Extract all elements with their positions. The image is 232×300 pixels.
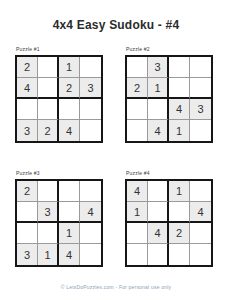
sudoku-cell-r3c3-empty[interactable]: [59, 99, 80, 120]
puzzle-3-label: Puzzle #3: [16, 170, 107, 176]
puzzle-4-label: Puzzle #4: [126, 170, 217, 176]
sudoku-cell-r4c3-given: 1: [169, 120, 190, 141]
sudoku-cell-r4c3-given: 4: [59, 244, 80, 265]
puzzle-2-label: Puzzle #2: [126, 46, 217, 52]
sudoku-cell-r2c1-empty[interactable]: [17, 202, 38, 223]
puzzle-1-label: Puzzle #1: [16, 46, 107, 52]
sudoku-cell-r4c1-empty[interactable]: [127, 120, 148, 141]
sudoku-cell-r3c1-empty[interactable]: [17, 223, 38, 244]
sudoku-cell-r1c1-given: 2: [17, 57, 38, 78]
sudoku-cell-r4c2-given: 1: [38, 244, 59, 265]
sudoku-cell-r3c1-empty[interactable]: [127, 223, 148, 244]
sudoku-cell-r4c4-empty[interactable]: [80, 244, 101, 265]
sudoku-cell-r2c3-empty[interactable]: [59, 202, 80, 223]
sudoku-cell-r2c3-empty[interactable]: [169, 202, 190, 223]
sudoku-cell-r3c4-empty[interactable]: [80, 99, 101, 120]
sudoku-cell-r4c1-given: 3: [17, 120, 38, 141]
sudoku-cell-r2c1-given: 2: [127, 78, 148, 99]
sudoku-cell-r4c1-empty[interactable]: [127, 244, 148, 265]
sudoku-cell-r1c2-given: 3: [148, 57, 169, 78]
sudoku-cell-r3c2-given: 4: [148, 223, 169, 244]
sudoku-cell-r2c2-empty[interactable]: [148, 202, 169, 223]
sudoku-cell-r3c2-empty[interactable]: [38, 223, 59, 244]
sudoku-cell-r3c4-empty[interactable]: [80, 223, 101, 244]
puzzle-4: Puzzle #4 411442: [125, 170, 217, 267]
puzzle-3: Puzzle #3 2341314: [15, 170, 107, 267]
sudoku-cell-r2c2-given: 1: [148, 78, 169, 99]
page-title: 4x4 Easy Sudoku - #4: [0, 18, 232, 32]
sudoku-cell-r2c2-given: 3: [38, 202, 59, 223]
sudoku-cell-r3c3-given: 4: [169, 99, 190, 120]
sudoku-cell-r1c3-given: 1: [169, 181, 190, 202]
sudoku-cell-r1c4-empty[interactable]: [80, 181, 101, 202]
sudoku-grid-4: 411442: [125, 179, 213, 267]
sudoku-cell-r4c1-given: 3: [17, 244, 38, 265]
sudoku-cell-r1c4-empty[interactable]: [190, 57, 211, 78]
sudoku-cell-r3c2-empty[interactable]: [38, 99, 59, 120]
sudoku-cell-r1c4-empty[interactable]: [80, 57, 101, 78]
sudoku-cell-r3c1-empty[interactable]: [17, 99, 38, 120]
puzzle-1: Puzzle #1 21423324: [15, 46, 107, 143]
sudoku-cell-r2c2-empty[interactable]: [38, 78, 59, 99]
sudoku-cell-r1c2-empty[interactable]: [38, 181, 59, 202]
sudoku-grid-3: 2341314: [15, 179, 103, 267]
sudoku-cell-r1c1-empty[interactable]: [127, 57, 148, 78]
sudoku-cell-r3c1-empty[interactable]: [127, 99, 148, 120]
sudoku-grid-1: 21423324: [15, 55, 103, 143]
puzzle-2: Puzzle #2 3214341: [125, 46, 217, 143]
sudoku-cell-r3c4-empty[interactable]: [190, 223, 211, 244]
sudoku-cell-r4c4-empty[interactable]: [190, 120, 211, 141]
sudoku-grid-2: 3214341: [125, 55, 213, 143]
sudoku-cell-r3c4-given: 3: [190, 99, 211, 120]
sudoku-cell-r1c1-given: 4: [127, 181, 148, 202]
sudoku-cell-r4c4-empty[interactable]: [190, 244, 211, 265]
sudoku-cell-r1c3-given: 1: [59, 57, 80, 78]
sudoku-cell-r1c2-empty[interactable]: [38, 57, 59, 78]
sudoku-cell-r2c4-given: 4: [190, 202, 211, 223]
sudoku-cell-r1c3-empty[interactable]: [169, 57, 190, 78]
sudoku-cell-r3c3-given: 1: [59, 223, 80, 244]
sudoku-cell-r4c2-empty[interactable]: [148, 244, 169, 265]
sudoku-cell-r2c3-given: 2: [59, 78, 80, 99]
sudoku-cell-r3c2-empty[interactable]: [148, 99, 169, 120]
sudoku-cell-r2c1-given: 1: [127, 202, 148, 223]
sudoku-cell-r2c4-empty[interactable]: [190, 78, 211, 99]
sudoku-cell-r2c4-given: 4: [80, 202, 101, 223]
sudoku-cell-r4c3-given: 4: [59, 120, 80, 141]
sudoku-cell-r2c3-empty[interactable]: [169, 78, 190, 99]
sudoku-cell-r1c3-empty[interactable]: [59, 181, 80, 202]
sudoku-cell-r4c3-empty[interactable]: [169, 244, 190, 265]
sudoku-cell-r1c1-given: 2: [17, 181, 38, 202]
sudoku-cell-r4c2-given: 2: [38, 120, 59, 141]
sudoku-cell-r1c4-empty[interactable]: [190, 181, 211, 202]
sudoku-cell-r1c2-empty[interactable]: [148, 181, 169, 202]
sudoku-cell-r3c3-given: 2: [169, 223, 190, 244]
footer-credit: © LetsDoPuzzles.com - For personal use o…: [0, 284, 232, 290]
sudoku-cell-r2c4-given: 3: [80, 78, 101, 99]
sudoku-cell-r4c4-empty[interactable]: [80, 120, 101, 141]
sudoku-cell-r4c2-given: 4: [148, 120, 169, 141]
sudoku-cell-r2c1-given: 4: [17, 78, 38, 99]
